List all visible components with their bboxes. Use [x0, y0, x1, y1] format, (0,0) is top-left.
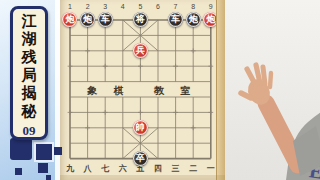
- piece-black-卒: 卒: [133, 151, 148, 166]
- piece-red-帥: 帥: [133, 120, 148, 135]
- title-char: 江: [22, 12, 37, 30]
- piece-red-兵: 兵: [133, 43, 148, 58]
- title-char: 湖: [22, 30, 37, 48]
- presenter-hand: [241, 65, 274, 108]
- file-label: 3: [96, 3, 114, 10]
- file-label: 7: [167, 3, 185, 10]
- shirt-sleeve: [293, 126, 320, 176]
- piece-black-车: 车: [98, 12, 113, 27]
- deco-square: [54, 147, 62, 155]
- shirt-letter: H: [284, 137, 308, 166]
- board-bottom-shadow: [60, 175, 225, 180]
- presenter-forearm: [266, 103, 298, 165]
- piece-black-车: 车: [168, 12, 183, 27]
- episode-number: 09: [23, 123, 36, 138]
- left-title-sidebar: 江湖残局揭秘 09: [0, 0, 60, 180]
- video-scene: 123456789 九八七六五四三二一 象 棋 教 室 炮炮车将车炮炮兵帥卒: [60, 0, 320, 180]
- file-label: 4: [114, 3, 132, 10]
- file-labels-top: 123456789: [61, 3, 219, 10]
- piece-black-炮: 炮: [80, 12, 95, 27]
- piece-black-将: 将: [133, 12, 148, 27]
- deco-square: [46, 175, 51, 180]
- file-label: 5: [132, 3, 150, 10]
- deco-square: [34, 142, 54, 162]
- piece-red-炮: 炮: [62, 12, 77, 27]
- title-char: 揭: [22, 84, 37, 102]
- series-title-text: 江湖残局揭秘: [22, 12, 37, 120]
- file-label: 1: [61, 3, 79, 10]
- board-wooden-edge: [216, 0, 225, 180]
- shirt-print: HEGP@: [284, 126, 320, 180]
- shirt-letter: E: [308, 159, 320, 180]
- video-frame: 江湖残局揭秘 09 123456789 九八七六五四三二一 象 棋 教 室 炮炮…: [0, 0, 320, 180]
- presenter-torso: [286, 90, 320, 180]
- series-title-banner: 江湖残局揭秘 09: [10, 6, 48, 140]
- file-label: 2: [79, 3, 97, 10]
- file-label: 6: [149, 3, 167, 10]
- deco-square: [10, 138, 32, 160]
- piece-black-炮: 炮: [186, 12, 201, 27]
- title-char: 局: [22, 66, 37, 84]
- deco-square: [38, 163, 48, 173]
- title-char: 残: [22, 48, 37, 66]
- title-char: 秘: [22, 102, 37, 120]
- deco-square: [15, 168, 22, 175]
- piece-layer: 炮炮车将车炮炮兵帥卒: [61, 12, 219, 166]
- xiangqi-board: 123456789 九八七六五四三二一 象 棋 教 室 炮炮车将车炮炮兵帥卒: [60, 0, 225, 180]
- file-label: 8: [184, 3, 202, 10]
